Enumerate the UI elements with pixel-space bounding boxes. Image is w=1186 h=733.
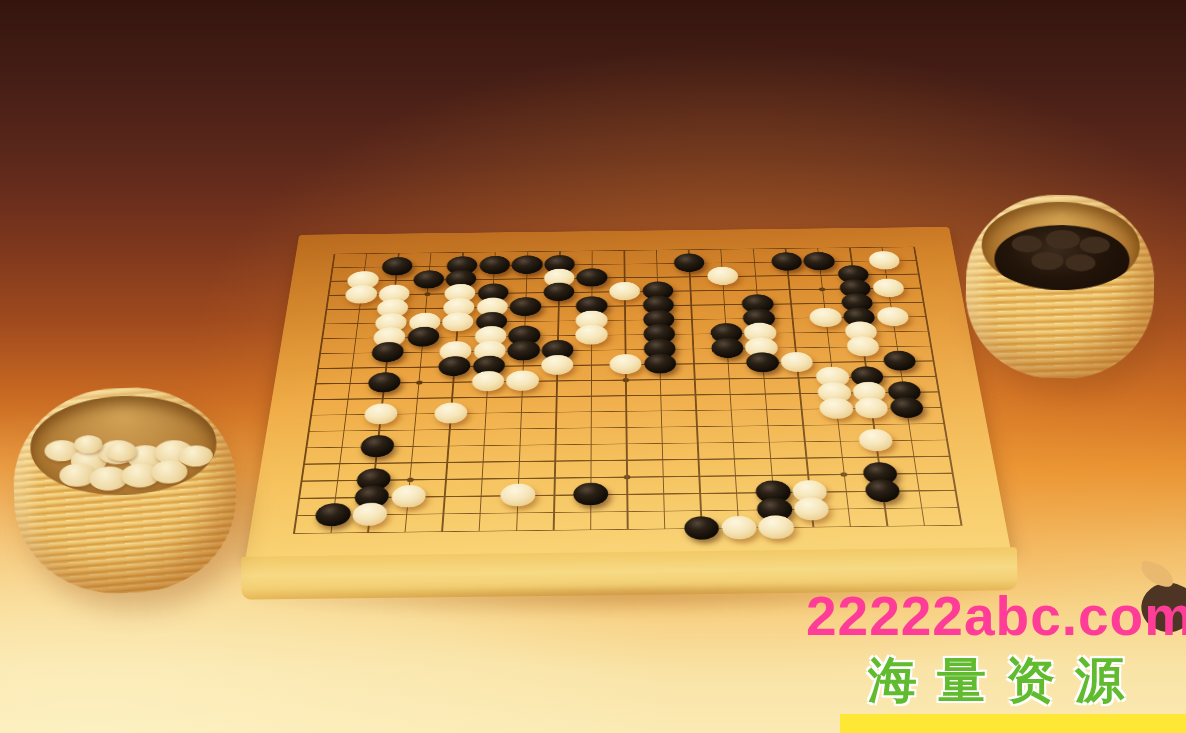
board-intersection (643, 387, 678, 403)
board-intersection (608, 284, 641, 298)
white-stone (793, 497, 830, 520)
board-intersection (465, 454, 502, 471)
board-intersection (881, 354, 918, 370)
board-intersection (410, 287, 444, 301)
board-intersection (505, 373, 540, 389)
board-intersection (644, 403, 680, 419)
board-intersection (338, 331, 374, 346)
black-stone (1065, 254, 1095, 271)
black-stone (1031, 252, 1063, 270)
board-intersection (893, 432, 931, 449)
star-point (406, 478, 413, 483)
board-intersection (707, 283, 741, 297)
board-intersection (644, 435, 680, 452)
board-intersection (925, 415, 963, 432)
board-intersection (644, 419, 680, 436)
board-intersection (315, 261, 349, 275)
board-intersection (401, 375, 437, 391)
black-stone (1046, 230, 1080, 249)
board-intersection (683, 519, 721, 537)
white-stone (151, 460, 188, 484)
board-intersection (386, 523, 425, 541)
board-intersection (645, 468, 682, 485)
board-intersection (825, 466, 863, 483)
board-intersection (609, 435, 645, 452)
star-point (841, 472, 848, 477)
board-intersection (823, 449, 861, 466)
white-stone (351, 502, 388, 526)
board-intersection (323, 439, 361, 456)
board-intersection (715, 434, 752, 451)
white-stone (74, 435, 103, 453)
board-intersection (933, 465, 972, 482)
board-intersection (302, 346, 338, 361)
board-intersection (833, 241, 867, 255)
board-intersection (779, 355, 815, 371)
board-intersection (572, 503, 609, 521)
board-intersection (812, 340, 848, 355)
board-intersection (537, 436, 573, 453)
board-intersection (402, 360, 438, 376)
board-intersection (279, 489, 318, 507)
board-intersection (788, 450, 826, 467)
board-intersection (292, 407, 329, 423)
board-intersection (502, 437, 538, 454)
board-intersection (537, 453, 573, 470)
board-intersection (609, 419, 645, 436)
star-point (624, 475, 631, 480)
board-intersection (780, 370, 816, 386)
board-intersection (739, 269, 773, 283)
board-intersection (350, 506, 389, 524)
board-intersection (502, 420, 538, 437)
board-intersection (905, 517, 945, 535)
board-intersection (818, 401, 855, 417)
board-intersection (915, 353, 952, 369)
board-intersection (679, 402, 715, 418)
board-intersection (939, 499, 979, 517)
board-intersection (775, 311, 810, 326)
board-intersection (867, 254, 902, 268)
board-intersection (573, 452, 609, 469)
board-intersection (277, 507, 316, 525)
board-intersection (804, 268, 838, 282)
board-intersection (931, 448, 970, 465)
board-intersection (423, 523, 461, 541)
board-intersection (536, 469, 573, 486)
board-intersection (325, 423, 362, 440)
white-stones-bowl-opening (29, 393, 219, 498)
board-intersection (711, 356, 746, 372)
board-intersection (904, 281, 939, 295)
board-intersection (576, 271, 609, 285)
star-point (424, 292, 430, 296)
board-intersection (424, 505, 462, 523)
board-intersection (467, 421, 503, 438)
board-intersection (609, 372, 644, 388)
board-intersection (890, 416, 928, 433)
board-intersection (297, 376, 334, 392)
board-intersection (646, 520, 684, 538)
board-intersection (897, 465, 936, 482)
board-intersection (433, 405, 469, 421)
board-intersection (573, 420, 608, 437)
board-intersection (901, 267, 936, 281)
board-intersection (609, 469, 645, 486)
board-intersection (609, 452, 645, 469)
board-intersection (541, 314, 575, 329)
board-intersection (680, 435, 716, 452)
black-stone (864, 479, 901, 502)
star-point (623, 378, 629, 382)
board-intersection (430, 438, 467, 455)
board-intersection (911, 324, 947, 339)
board-intersection (469, 389, 505, 405)
board-intersection (895, 448, 933, 465)
board-intersection (608, 299, 641, 314)
board-intersection (678, 387, 714, 403)
white-stones-bowl (10, 384, 239, 597)
board-intersection (290, 423, 328, 440)
board-intersection (336, 345, 372, 360)
bottom-banner (840, 714, 1186, 733)
board-intersection (299, 361, 335, 377)
board-intersection (920, 384, 957, 400)
board-intersection (770, 255, 804, 269)
board-intersection (745, 355, 780, 371)
white-stone (758, 515, 795, 539)
board-intersection (468, 405, 504, 421)
board-intersection (330, 391, 367, 407)
board-intersection (327, 407, 364, 423)
board-intersection (285, 456, 323, 473)
board-intersection (538, 404, 573, 420)
board-intersection (785, 417, 822, 434)
board-intersection (332, 376, 368, 392)
board-intersection (536, 486, 573, 504)
board-intersection (827, 483, 866, 501)
board-intersection (404, 345, 439, 360)
board-grid (274, 240, 982, 543)
board-intersection (608, 257, 641, 271)
board-intersection (710, 341, 745, 356)
board-intersection (399, 390, 435, 406)
board-intersection (387, 505, 425, 523)
watermark-slogan: 海量资源 (826, 648, 1166, 714)
board-intersection (676, 341, 711, 356)
board-intersection (274, 524, 314, 542)
board-intersection (868, 517, 908, 535)
board-intersection (503, 405, 539, 421)
board-intersection (359, 438, 396, 455)
board-intersection (645, 451, 681, 468)
board-intersection (609, 357, 643, 373)
board-intersection (350, 247, 384, 261)
board-intersection (641, 257, 674, 271)
board-intersection (675, 312, 709, 327)
board-intersection (313, 274, 348, 288)
watermark-url: 22222abc.com (806, 584, 1178, 648)
board-intersection (831, 518, 870, 536)
board-intersection (460, 522, 498, 540)
black-stone (1080, 237, 1110, 254)
board-intersection (928, 431, 966, 448)
board-intersection (877, 324, 913, 339)
board-intersection (751, 434, 788, 451)
board-intersection (716, 451, 753, 468)
board-intersection (344, 288, 379, 302)
white-stone (390, 485, 426, 508)
board-intersection (900, 482, 939, 500)
board-intersection (295, 391, 332, 407)
board-intersection (713, 386, 749, 402)
board-intersection (394, 438, 431, 455)
board-intersection (436, 374, 472, 390)
board-intersection (574, 404, 609, 420)
board-intersection (574, 388, 609, 404)
board-intersection (317, 247, 351, 261)
black-stone (573, 483, 607, 506)
board-surface (245, 227, 1011, 561)
board-intersection (466, 437, 503, 454)
board-intersection (805, 282, 840, 296)
board-intersection (287, 439, 325, 456)
black-stones-bowl (964, 193, 1155, 379)
board-intersection (282, 472, 321, 489)
board-intersection (829, 500, 868, 518)
board-intersection (318, 472, 356, 489)
board-intersection (309, 302, 344, 317)
board-intersection (717, 467, 754, 484)
board-intersection (899, 253, 934, 267)
board-intersection (794, 518, 833, 536)
board-intersection (640, 243, 673, 257)
board-intersection (680, 451, 717, 468)
board-intersection (747, 386, 783, 402)
board-intersection (572, 521, 609, 539)
board-intersection (942, 516, 982, 534)
board-intersection (875, 310, 911, 325)
board-intersection (311, 524, 350, 542)
board-intersection (311, 288, 346, 303)
star-point (819, 287, 826, 291)
board-intersection (441, 315, 476, 330)
board-intersection (478, 259, 511, 273)
board-intersection (643, 357, 678, 373)
board-intersection (720, 519, 758, 537)
board-intersection (737, 242, 770, 256)
board-intersection (866, 500, 905, 518)
board-intersection (437, 359, 472, 375)
board-intersection (609, 388, 644, 404)
board-intersection (857, 432, 895, 449)
board-intersection (750, 417, 787, 434)
board-intersection (406, 330, 441, 345)
board-intersection (906, 295, 942, 310)
board-intersection (646, 502, 683, 520)
board-intersection (432, 421, 469, 438)
board-intersection (675, 298, 709, 313)
board-intersection (342, 302, 377, 317)
board-intersection (677, 371, 712, 387)
board-intersection (706, 269, 740, 283)
board-intersection (708, 297, 742, 312)
board-intersection (782, 385, 818, 401)
board-intersection (574, 373, 609, 389)
white-stone (500, 483, 535, 506)
board-intersection (888, 400, 925, 416)
board-intersection (752, 450, 789, 467)
board-intersection (370, 345, 406, 360)
board-intersection (576, 244, 608, 258)
board-intersection (681, 468, 718, 485)
board-intersection (677, 356, 712, 372)
board-intersection (936, 482, 975, 500)
board-intersection (498, 504, 536, 522)
board-intersection (704, 242, 737, 256)
board-intersection (380, 260, 414, 274)
board-intersection (786, 433, 823, 450)
board-intersection (738, 255, 772, 269)
white-stone (721, 516, 757, 540)
board-intersection (348, 523, 387, 541)
board-intersection (676, 327, 710, 342)
board-intersection (389, 488, 427, 506)
board-intersection (712, 371, 747, 387)
board-intersection (304, 331, 340, 346)
board-intersection (575, 328, 609, 343)
board-intersection (608, 327, 642, 342)
board-intersection (897, 240, 932, 254)
board-intersection (539, 373, 574, 389)
board-intersection (429, 454, 466, 471)
board-intersection (535, 521, 573, 539)
board-intersection (608, 244, 640, 258)
board-intersection (746, 371, 782, 387)
board-intersection (863, 482, 902, 500)
board-intersection (426, 488, 464, 506)
board-intersection (314, 506, 353, 524)
board-intersection (497, 522, 535, 540)
board-intersection (673, 256, 706, 270)
black-stones-bowl-opening (981, 201, 1140, 292)
board-intersection (506, 343, 541, 358)
board-intersection (321, 455, 359, 472)
board-intersection (398, 406, 435, 422)
go-board (234, 0, 1017, 617)
board-intersection (501, 453, 538, 470)
board-intersection (573, 436, 609, 453)
board-intersection (504, 389, 539, 405)
board-intersection (772, 282, 806, 296)
board-intersection (427, 471, 464, 488)
board-intersection (820, 417, 857, 434)
board-intersection (511, 258, 544, 272)
board-intersection (411, 273, 445, 287)
board-intersection (918, 368, 955, 384)
board-intersection (679, 418, 715, 435)
board-intersection (609, 520, 646, 538)
black-stone (684, 516, 720, 540)
board-intersection (539, 388, 574, 404)
board-intersection (462, 487, 499, 505)
board-intersection (674, 284, 708, 298)
board-intersection (510, 272, 543, 286)
board-intersection (802, 255, 836, 269)
board-intersection (508, 300, 542, 315)
board-intersection (810, 325, 845, 340)
board-intersection (393, 454, 430, 471)
board-intersection (574, 342, 608, 357)
board-intersection (913, 338, 950, 353)
board-intersection (574, 357, 608, 373)
board-intersection (542, 299, 576, 314)
board-intersection (908, 309, 944, 324)
board-intersection (572, 486, 609, 504)
board-intersection (923, 399, 961, 415)
board-intersection (461, 505, 499, 523)
board-intersection (783, 401, 820, 417)
board-intersection (822, 433, 860, 450)
board-intersection (771, 269, 805, 283)
go-photo-scene: 22222abc.com 海量资源 (0, 0, 1186, 733)
board-intersection (340, 316, 375, 331)
board-intersection (643, 372, 678, 388)
board-intersection (776, 325, 811, 340)
board-intersection (853, 400, 890, 416)
board-intersection (414, 246, 447, 260)
board-intersection (542, 285, 575, 299)
board-intersection (470, 374, 505, 390)
board-intersection (499, 487, 536, 505)
board-intersection (808, 310, 843, 325)
star-point (416, 381, 423, 385)
board-intersection (535, 504, 572, 522)
board-intersection (366, 375, 402, 391)
black-stone (1012, 235, 1042, 252)
board-intersection (748, 402, 784, 418)
board-intersection (757, 519, 796, 537)
board-intersection (540, 358, 575, 374)
board-intersection (792, 501, 831, 519)
board-intersection (609, 403, 644, 419)
board-intersection (363, 406, 400, 422)
board-intersection (718, 484, 756, 502)
board-intersection (845, 339, 881, 354)
board-intersection (306, 316, 342, 331)
board-intersection (645, 485, 682, 503)
board-intersection (902, 499, 941, 517)
board-intersection (608, 313, 642, 328)
board-intersection (609, 503, 646, 521)
board-intersection (713, 402, 749, 418)
board-intersection (334, 360, 370, 376)
board-intersection (714, 418, 750, 435)
board-intersection (609, 486, 646, 504)
board-intersection (396, 422, 433, 439)
board-intersection (774, 297, 809, 312)
board-intersection (673, 270, 706, 284)
board-intersection (538, 420, 574, 437)
board-intersection (464, 470, 501, 487)
board-intersection (682, 485, 719, 503)
board-intersection (871, 281, 906, 295)
black-stone (314, 503, 352, 527)
